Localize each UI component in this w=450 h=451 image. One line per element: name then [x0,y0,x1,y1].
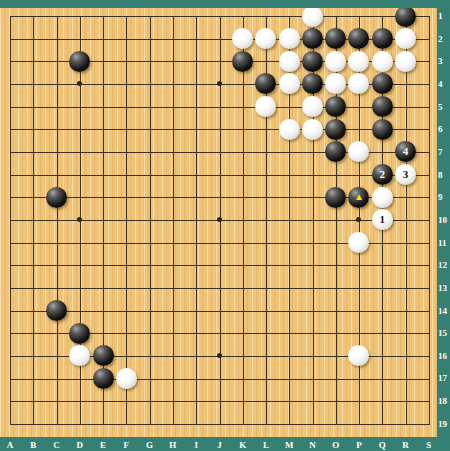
stone-O2[interactable] [325,28,346,49]
row-label-11: 11 [437,231,450,254]
row-coordinate-strip: 12345678910111213141516171819 [437,0,450,451]
stone-L5[interactable] [255,96,276,117]
triangle-mark: ▲ [354,192,364,202]
column-label-G: G [138,438,161,451]
stone-N5[interactable] [302,96,323,117]
column-label-A: A [0,438,22,451]
move-number: 4 [403,146,409,157]
row-label-3: 3 [437,50,450,73]
stone-K3[interactable] [232,51,253,72]
column-label-H: H [161,438,184,451]
stone-P3[interactable] [348,51,369,72]
column-label-L: L [254,438,277,451]
stone-M4[interactable] [279,73,300,94]
stone-R8[interactable]: 3 [395,164,416,185]
column-label-I: I [185,438,208,451]
stone-P9[interactable]: ▲ [348,187,369,208]
column-label-O: O [324,438,347,451]
row-label-9: 9 [437,186,450,209]
move-number: 3 [403,169,409,180]
row-label-13: 13 [437,277,450,300]
stone-O4[interactable] [325,73,346,94]
stone-Q10[interactable]: 1 [372,209,393,230]
move-number: 1 [380,214,386,225]
row-labels: 12345678910111213141516171819 [437,5,450,436]
stone-P11[interactable] [348,232,369,253]
stone-Q3[interactable] [372,51,393,72]
column-label-F: F [115,438,138,451]
column-labels: ABCDEFGHIJKLMNOPQRS [0,438,441,451]
stone-C14[interactable] [46,300,67,321]
row-label-17: 17 [437,367,450,390]
stone-L2[interactable] [255,28,276,49]
stone-D3[interactable] [69,51,90,72]
stone-N2[interactable] [302,28,323,49]
stone-E16[interactable] [93,345,114,366]
stone-K2[interactable] [232,28,253,49]
stone-O6[interactable] [325,119,346,140]
row-label-7: 7 [437,141,450,164]
stone-Q2[interactable] [372,28,393,49]
stone-N3[interactable] [302,51,323,72]
stone-N6[interactable] [302,119,323,140]
row-label-14: 14 [437,299,450,322]
go-board[interactable]: 423▲1 [0,8,437,437]
column-label-E: E [91,438,114,451]
stone-Q9[interactable] [372,187,393,208]
stone-R7[interactable]: 4 [395,141,416,162]
stone-M3[interactable] [279,51,300,72]
stone-D16[interactable] [69,345,90,366]
stone-Q6[interactable] [372,119,393,140]
row-label-10: 10 [437,209,450,232]
stone-R2[interactable] [395,28,416,49]
stone-N1[interactable] [302,6,323,27]
stone-M2[interactable] [279,28,300,49]
stones-layer: 423▲1 [0,5,441,436]
column-label-M: M [278,438,301,451]
row-label-6: 6 [437,118,450,141]
column-label-C: C [45,438,68,451]
stone-N4[interactable] [302,73,323,94]
column-label-S: S [417,438,440,451]
stone-P4[interactable] [348,73,369,94]
stone-Q8[interactable]: 2 [372,164,393,185]
go-app-window: 423▲1 12345678910111213141516171819 ABCD… [0,0,450,451]
move-number: 2 [380,169,386,180]
stone-P7[interactable] [348,141,369,162]
row-label-2: 2 [437,27,450,50]
stone-O3[interactable] [325,51,346,72]
stone-E17[interactable] [93,368,114,389]
row-label-4: 4 [437,73,450,96]
row-label-18: 18 [437,390,450,413]
column-label-Q: Q [371,438,394,451]
row-label-12: 12 [437,254,450,277]
column-label-J: J [208,438,231,451]
stone-D15[interactable] [69,323,90,344]
stone-P16[interactable] [348,345,369,366]
row-label-8: 8 [437,163,450,186]
row-label-19: 19 [437,412,450,435]
column-label-B: B [22,438,45,451]
row-label-15: 15 [437,322,450,345]
column-label-D: D [68,438,91,451]
stone-F17[interactable] [116,368,137,389]
stone-P2[interactable] [348,28,369,49]
stone-L4[interactable] [255,73,276,94]
stone-O5[interactable] [325,96,346,117]
stone-C9[interactable] [46,187,67,208]
stone-Q5[interactable] [372,96,393,117]
column-label-K: K [231,438,254,451]
column-label-P: P [347,438,370,451]
stone-M6[interactable] [279,119,300,140]
column-label-N: N [301,438,324,451]
column-label-R: R [394,438,417,451]
stone-O7[interactable] [325,141,346,162]
stone-Q4[interactable] [372,73,393,94]
row-label-1: 1 [437,5,450,28]
row-label-16: 16 [437,345,450,368]
column-coordinate-strip: ABCDEFGHIJKLMNOPQRS [0,437,450,451]
top-frame-strip [0,0,450,8]
stone-O9[interactable] [325,187,346,208]
stone-R1[interactable] [395,6,416,27]
row-label-5: 5 [437,95,450,118]
stone-R3[interactable] [395,51,416,72]
